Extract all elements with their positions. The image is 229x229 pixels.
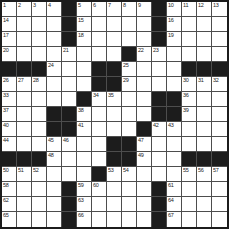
black-cell-r9-c4: [47, 122, 62, 137]
cell-r10-c5[interactable]: 46: [62, 137, 77, 152]
cell-r11-c11[interactable]: [152, 152, 167, 167]
clue-number: 32: [213, 78, 219, 84]
clue-number: 21: [63, 48, 69, 54]
cell-r8-c7[interactable]: [92, 107, 107, 122]
clue-number: 41: [78, 123, 84, 129]
black-cell-r11-c2: [17, 152, 32, 167]
cell-r1-c3[interactable]: 3: [32, 2, 47, 17]
clue-number: 24: [48, 63, 54, 69]
black-cell-r8-c5: [62, 107, 77, 122]
cell-r10-c11[interactable]: [152, 137, 167, 152]
cell-r10-c12[interactable]: [167, 137, 182, 152]
black-cell-r2-c5: [62, 17, 77, 32]
cell-r13-c4[interactable]: [47, 182, 62, 197]
cell-r6-c11[interactable]: [152, 77, 167, 92]
clue-number: 22: [138, 48, 144, 54]
cell-r7-c10[interactable]: [137, 92, 152, 107]
clue-number: 9: [138, 3, 141, 9]
cell-r13-c15[interactable]: [212, 182, 227, 197]
clue-number: 26: [3, 78, 9, 84]
clue-number: 59: [78, 183, 84, 189]
cell-r9-c3[interactable]: [32, 122, 47, 137]
black-cell-r5-c13: [182, 62, 197, 77]
cell-r10-c4[interactable]: 45: [47, 137, 62, 152]
black-cell-r5-c3: [32, 62, 47, 77]
cell-r6-c1[interactable]: 26: [2, 77, 17, 92]
clue-number: 31: [198, 78, 204, 84]
cell-r12-c13[interactable]: 55: [182, 167, 197, 182]
cell-r2-c3[interactable]: [32, 17, 47, 32]
cell-r3-c7[interactable]: [92, 32, 107, 47]
black-cell-r1-c5: [62, 2, 77, 17]
clue-number: 54: [123, 168, 129, 174]
cell-r7-c15[interactable]: [212, 92, 227, 107]
clue-number: 13: [213, 3, 219, 9]
cell-r2-c14[interactable]: [197, 17, 212, 32]
cell-r4-c13[interactable]: [182, 47, 197, 62]
clue-number: 60: [93, 183, 99, 189]
cell-r3-c9[interactable]: [122, 32, 137, 47]
cell-r12-c11[interactable]: [152, 167, 167, 182]
black-cell-r2-c11: [152, 17, 167, 32]
cell-r15-c13[interactable]: [182, 212, 197, 227]
cell-r2-c4[interactable]: [47, 17, 62, 32]
cell-r8-c2[interactable]: [17, 107, 32, 122]
cell-r10-c6[interactable]: [77, 137, 92, 152]
clue-number: 18: [78, 33, 84, 39]
cell-r4-c11[interactable]: 23: [152, 47, 167, 62]
clue-number: 44: [3, 138, 9, 144]
cell-r14-c12[interactable]: 64: [167, 197, 182, 212]
cell-r8-c8[interactable]: [107, 107, 122, 122]
cell-r8-c14[interactable]: [197, 107, 212, 122]
cell-r9-c15[interactable]: [212, 122, 227, 137]
cell-r9-c6[interactable]: 41: [77, 122, 92, 137]
clue-number: 34: [93, 93, 99, 99]
cell-r15-c10[interactable]: [137, 212, 152, 227]
black-cell-r5-c8: [107, 62, 122, 77]
clue-number: 66: [78, 213, 84, 219]
cell-r2-c12[interactable]: 16: [167, 17, 182, 32]
cell-r6-c5[interactable]: [62, 77, 77, 92]
clue-number: 40: [3, 123, 9, 129]
cell-r3-c14[interactable]: [197, 32, 212, 47]
cell-r4-c1[interactable]: 20: [2, 47, 17, 62]
cell-r5-c11[interactable]: [152, 62, 167, 77]
cell-r6-c12[interactable]: [167, 77, 182, 92]
cell-r8-c10[interactable]: [137, 107, 152, 122]
black-cell-r1-c11: [152, 2, 167, 17]
cell-r8-c15[interactable]: [212, 107, 227, 122]
cell-r14-c13[interactable]: [182, 197, 197, 212]
cell-r5-c6[interactable]: [77, 62, 92, 77]
black-cell-r9-c5: [62, 122, 77, 137]
black-cell-r7-c11: [152, 92, 167, 107]
cell-r9-c13[interactable]: [182, 122, 197, 137]
cell-r13-c10[interactable]: [137, 182, 152, 197]
clue-number: 8: [123, 3, 126, 9]
cell-r11-c5[interactable]: [62, 152, 77, 167]
clue-number: 49: [138, 153, 144, 159]
cell-r3-c3[interactable]: [32, 32, 47, 47]
cell-r4-c2[interactable]: [17, 47, 32, 62]
cell-r10-c15[interactable]: [212, 137, 227, 152]
clue-number: 4: [48, 3, 51, 9]
cell-r1-c12[interactable]: 10: [167, 2, 182, 17]
clue-number: 27: [18, 78, 24, 84]
cell-r1-c4[interactable]: 4: [47, 2, 62, 17]
cell-r9-c14[interactable]: [197, 122, 212, 137]
cell-r13-c7[interactable]: 60: [92, 182, 107, 197]
cell-r6-c9[interactable]: 29: [122, 77, 137, 92]
cell-r9-c2[interactable]: [17, 122, 32, 137]
cell-r2-c1[interactable]: 14: [2, 17, 17, 32]
black-cell-r10-c8: [107, 137, 122, 152]
cell-r4-c15[interactable]: [212, 47, 227, 62]
cell-r12-c14[interactable]: 56: [197, 167, 212, 182]
clue-number: 19: [168, 33, 174, 39]
cell-r15-c2[interactable]: [17, 212, 32, 227]
cell-r15-c3[interactable]: [32, 212, 47, 227]
black-cell-r5-c15: [212, 62, 227, 77]
clue-number: 17: [3, 33, 9, 39]
cell-r3-c1[interactable]: 17: [2, 32, 17, 47]
cell-r1-c14[interactable]: 12: [197, 2, 212, 17]
cell-r14-c10[interactable]: [137, 197, 152, 212]
cell-r11-c4[interactable]: 48: [47, 152, 62, 167]
black-cell-r5-c1: [2, 62, 17, 77]
cell-r12-c5[interactable]: [62, 167, 77, 182]
cell-r2-c13[interactable]: [182, 17, 197, 32]
cell-r14-c4[interactable]: [47, 197, 62, 212]
cell-r12-c12[interactable]: [167, 167, 182, 182]
clue-number: 43: [168, 123, 174, 129]
cell-r4-c14[interactable]: [197, 47, 212, 62]
black-cell-r11-c13: [182, 152, 197, 167]
cell-r8-c1[interactable]: 37: [2, 107, 17, 122]
cell-r6-c13[interactable]: 30: [182, 77, 197, 92]
cell-r2-c6[interactable]: 15: [77, 17, 92, 32]
cell-r6-c10[interactable]: [137, 77, 152, 92]
black-cell-r7-c12: [167, 92, 182, 107]
cell-r10-c2[interactable]: [17, 137, 32, 152]
black-cell-r13-c11: [152, 182, 167, 197]
clue-number: 3: [33, 3, 36, 9]
cell-r8-c6[interactable]: 38: [77, 107, 92, 122]
clue-number: 51: [18, 168, 24, 174]
cell-r12-c9[interactable]: 54: [122, 167, 137, 182]
cell-r8-c9[interactable]: [122, 107, 137, 122]
clue-number: 28: [33, 78, 39, 84]
cell-r13-c1[interactable]: 58: [2, 182, 17, 197]
cell-r4-c10[interactable]: 22: [137, 47, 152, 62]
clue-number: 10: [168, 3, 174, 9]
cell-r4-c7[interactable]: [92, 47, 107, 62]
cell-r7-c13[interactable]: 36: [182, 92, 197, 107]
cell-r2-c10[interactable]: [137, 17, 152, 32]
cell-r12-c1[interactable]: 50: [2, 167, 17, 182]
cell-r1-c10[interactable]: 9: [137, 2, 152, 17]
clue-number: 67: [168, 213, 174, 219]
clue-number: 42: [153, 123, 159, 129]
cell-r3-c8[interactable]: [107, 32, 122, 47]
cell-r2-c2[interactable]: [17, 17, 32, 32]
black-cell-r14-c5: [62, 197, 77, 212]
cell-r13-c14[interactable]: [197, 182, 212, 197]
clue-number: 58: [3, 183, 9, 189]
cell-r7-c7[interactable]: 34: [92, 92, 107, 107]
clue-number: 16: [168, 18, 174, 24]
black-cell-r11-c9: [122, 152, 137, 167]
cell-r12-c8[interactable]: 53: [107, 167, 122, 182]
black-cell-r11-c14: [197, 152, 212, 167]
black-cell-r15-c11: [152, 212, 167, 227]
black-cell-r3-c5: [62, 32, 77, 47]
cell-r12-c6[interactable]: [77, 167, 92, 182]
black-cell-r11-c15: [212, 152, 227, 167]
cell-r13-c8[interactable]: [107, 182, 122, 197]
clue-number: 33: [3, 93, 9, 99]
cell-r4-c12[interactable]: [167, 47, 182, 62]
black-cell-r5-c2: [17, 62, 32, 77]
cell-r12-c3[interactable]: 52: [32, 167, 47, 182]
clue-number: 37: [3, 108, 9, 114]
cell-r12-c2[interactable]: 51: [17, 167, 32, 182]
cell-r14-c6[interactable]: 63: [77, 197, 92, 212]
cell-r1-c15[interactable]: 13: [212, 2, 227, 17]
cell-r4-c8[interactable]: [107, 47, 122, 62]
cell-r3-c13[interactable]: [182, 32, 197, 47]
cell-r4-c4[interactable]: [47, 47, 62, 62]
clue-number: 50: [3, 168, 9, 174]
cell-r14-c14[interactable]: [197, 197, 212, 212]
clue-number: 23: [153, 48, 159, 54]
clue-number: 5: [78, 3, 81, 9]
clue-number: 62: [3, 198, 9, 204]
clue-number: 25: [123, 63, 129, 69]
cell-r1-c9[interactable]: 8: [122, 2, 137, 17]
cell-r10-c3[interactable]: [32, 137, 47, 152]
black-cell-r10-c9: [122, 137, 137, 152]
clue-number: 12: [198, 3, 204, 9]
clue-number: 48: [48, 153, 54, 159]
cell-r13-c6[interactable]: 59: [77, 182, 92, 197]
black-cell-r5-c14: [197, 62, 212, 77]
cell-r12-c4[interactable]: [47, 167, 62, 182]
black-cell-r6-c8: [107, 77, 122, 92]
clue-number: 52: [33, 168, 39, 174]
cell-r1-c2[interactable]: 2: [17, 2, 32, 17]
cell-r5-c9[interactable]: 25: [122, 62, 137, 77]
black-cell-r5-c7: [92, 62, 107, 77]
cell-r1-c8[interactable]: 7: [107, 2, 122, 17]
cell-r6-c4[interactable]: [47, 77, 62, 92]
cell-r9-c11[interactable]: 42: [152, 122, 167, 137]
cell-r10-c10[interactable]: 47: [137, 137, 152, 152]
black-cell-r11-c1: [2, 152, 17, 167]
cell-r11-c12[interactable]: [167, 152, 182, 167]
black-cell-r3-c11: [152, 32, 167, 47]
black-cell-r14-c11: [152, 197, 167, 212]
black-cell-r11-c3: [32, 152, 47, 167]
cell-r11-c10[interactable]: 49: [137, 152, 152, 167]
black-cell-r13-c5: [62, 182, 77, 197]
black-cell-r8-c4: [47, 107, 62, 122]
clue-number: 65: [3, 213, 9, 219]
clue-number: 55: [183, 168, 189, 174]
clue-number: 63: [78, 198, 84, 204]
cell-r5-c4[interactable]: 24: [47, 62, 62, 77]
black-cell-r8-c11: [152, 107, 167, 122]
cell-r13-c9[interactable]: [122, 182, 137, 197]
cell-r7-c1[interactable]: 33: [2, 92, 17, 107]
cell-r15-c12[interactable]: 67: [167, 212, 182, 227]
cell-r11-c7[interactable]: [92, 152, 107, 167]
cell-r15-c1[interactable]: 65: [2, 212, 17, 227]
clue-number: 7: [108, 3, 111, 9]
cell-r6-c2[interactable]: 27: [17, 77, 32, 92]
cell-r15-c8[interactable]: [107, 212, 122, 227]
cell-r5-c5[interactable]: [62, 62, 77, 77]
cell-r6-c6[interactable]: [77, 77, 92, 92]
crossword-grid: 1234567891011121314151617181920212223242…: [0, 0, 229, 229]
black-cell-r11-c8: [107, 152, 122, 167]
clue-number: 46: [63, 138, 69, 144]
cell-r9-c12[interactable]: 43: [167, 122, 182, 137]
clue-number: 2: [18, 3, 21, 9]
clue-number: 11: [183, 3, 188, 9]
cell-r2-c9[interactable]: [122, 17, 137, 32]
cell-r14-c1[interactable]: 62: [2, 197, 17, 212]
cell-r11-c6[interactable]: [77, 152, 92, 167]
clue-number: 20: [3, 48, 9, 54]
cell-r13-c13[interactable]: [182, 182, 197, 197]
clue-number: 61: [168, 183, 174, 189]
cell-r15-c7[interactable]: [92, 212, 107, 227]
clue-number: 38: [78, 108, 84, 114]
black-cell-r12-c7: [92, 167, 107, 182]
cell-r7-c5[interactable]: [62, 92, 77, 107]
cell-r1-c6[interactable]: 5: [77, 2, 92, 17]
clue-number: 39: [183, 108, 189, 114]
black-cell-r7-c6: [77, 92, 92, 107]
black-cell-r6-c7: [92, 77, 107, 92]
cell-r1-c13[interactable]: 11: [182, 2, 197, 17]
cell-r10-c13[interactable]: [182, 137, 197, 152]
cell-r7-c3[interactable]: [32, 92, 47, 107]
cell-r13-c2[interactable]: [17, 182, 32, 197]
clue-number: 47: [138, 138, 144, 144]
black-cell-r9-c10: [137, 122, 152, 137]
clue-number: 64: [168, 198, 174, 204]
cell-r3-c6[interactable]: 18: [77, 32, 92, 47]
cell-r1-c1[interactable]: 1: [2, 2, 17, 17]
cell-r7-c8[interactable]: 35: [107, 92, 122, 107]
cell-r10-c14[interactable]: [197, 137, 212, 152]
cell-r3-c15[interactable]: [212, 32, 227, 47]
cell-r3-c4[interactable]: [47, 32, 62, 47]
clue-number: 35: [108, 93, 114, 99]
cell-r15-c6[interactable]: 66: [77, 212, 92, 227]
cell-r2-c8[interactable]: [107, 17, 122, 32]
cell-r9-c7[interactable]: [92, 122, 107, 137]
cell-r15-c4[interactable]: [47, 212, 62, 227]
cell-r8-c13[interactable]: 39: [182, 107, 197, 122]
cell-r4-c3[interactable]: [32, 47, 47, 62]
cell-r14-c9[interactable]: [122, 197, 137, 212]
clue-number: 57: [213, 168, 219, 174]
cell-r3-c10[interactable]: [137, 32, 152, 47]
cell-r4-c5[interactable]: 21: [62, 47, 77, 62]
cell-r14-c3[interactable]: [32, 197, 47, 212]
cell-r15-c15[interactable]: [212, 212, 227, 227]
clue-number: 6: [93, 3, 96, 9]
cell-r15-c9[interactable]: [122, 212, 137, 227]
cell-r13-c12[interactable]: 61: [167, 182, 182, 197]
cell-r7-c4[interactable]: [47, 92, 62, 107]
clue-number: 29: [123, 78, 129, 84]
clue-number: 56: [198, 168, 204, 174]
clue-number: 53: [108, 168, 114, 174]
cell-r14-c15[interactable]: [212, 197, 227, 212]
cell-r5-c12[interactable]: [167, 62, 182, 77]
cell-r8-c3[interactable]: [32, 107, 47, 122]
black-cell-r8-c12: [167, 107, 182, 122]
cell-r3-c2[interactable]: [17, 32, 32, 47]
cell-r14-c8[interactable]: [107, 197, 122, 212]
cell-r5-c10[interactable]: [137, 62, 152, 77]
clue-number: 36: [183, 93, 189, 99]
cell-r9-c9[interactable]: [122, 122, 137, 137]
cell-r10-c7[interactable]: [92, 137, 107, 152]
cell-r12-c15[interactable]: 57: [212, 167, 227, 182]
cell-r6-c3[interactable]: 28: [32, 77, 47, 92]
cell-r12-c10[interactable]: [137, 167, 152, 182]
cell-r3-c12[interactable]: 19: [167, 32, 182, 47]
clue-number: 30: [183, 78, 189, 84]
cell-r7-c2[interactable]: [17, 92, 32, 107]
cell-r14-c2[interactable]: [17, 197, 32, 212]
cell-r1-c7[interactable]: 6: [92, 2, 107, 17]
cell-r2-c7[interactable]: [92, 17, 107, 32]
clue-number: 15: [78, 18, 84, 24]
cell-r6-c15[interactable]: 32: [212, 77, 227, 92]
cell-r4-c6[interactable]: [77, 47, 92, 62]
cell-r9-c1[interactable]: 40: [2, 122, 17, 137]
cell-r7-c14[interactable]: [197, 92, 212, 107]
cell-r6-c14[interactable]: 31: [197, 77, 212, 92]
cell-r10-c1[interactable]: 44: [2, 137, 17, 152]
black-cell-r15-c5: [62, 212, 77, 227]
cell-r14-c7[interactable]: [92, 197, 107, 212]
cell-r2-c15[interactable]: [212, 17, 227, 32]
black-cell-r4-c9: [122, 47, 137, 62]
clue-number: 1: [3, 3, 6, 9]
clue-number: 14: [3, 18, 9, 24]
cell-r15-c14[interactable]: [197, 212, 212, 227]
cell-r7-c9[interactable]: [122, 92, 137, 107]
cell-r13-c3[interactable]: [32, 182, 47, 197]
clue-number: 45: [48, 138, 54, 144]
cell-r9-c8[interactable]: [107, 122, 122, 137]
